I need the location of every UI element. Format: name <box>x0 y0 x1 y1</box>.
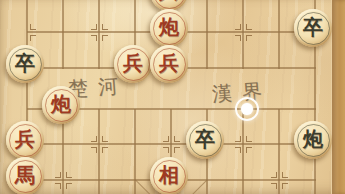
piece-red-horse[interactable]: 馬 <box>6 157 44 194</box>
point-marker-bracket <box>66 183 72 189</box>
point-marker-bracket <box>174 136 180 142</box>
piece-glyph: 炮 <box>303 129 323 149</box>
point-marker-bracket <box>282 183 288 189</box>
grid-file-line <box>62 0 63 69</box>
point-marker-bracket <box>163 136 169 142</box>
piece-glyph: 兵 <box>15 129 35 149</box>
point-marker-bracket <box>271 183 277 189</box>
piece-glyph: 兵 <box>123 53 143 73</box>
piece-glyph: 炮 <box>159 17 179 37</box>
piece-black-soldier[interactable]: 卒 <box>6 45 44 83</box>
point-marker-bracket <box>271 172 277 178</box>
piece-glyph: 卒 <box>195 129 215 149</box>
point-marker-bracket <box>102 136 108 142</box>
grid-file-line <box>278 0 279 69</box>
point-marker-bracket <box>66 172 72 178</box>
grid-file-line <box>98 0 99 69</box>
move-indicator-dot <box>235 97 259 121</box>
point-marker-bracket <box>246 147 252 153</box>
point-marker-bracket <box>102 35 108 41</box>
point-marker-bracket <box>102 147 108 153</box>
piece-glyph: 卒 <box>15 53 35 73</box>
point-marker-bracket <box>174 147 180 153</box>
point-marker-bracket <box>55 183 61 189</box>
point-marker-bracket <box>246 35 252 41</box>
grid-file-line <box>242 109 243 194</box>
grid-file-line <box>278 109 279 194</box>
point-marker-bracket <box>235 35 241 41</box>
point-marker-bracket <box>235 24 241 30</box>
piece-glyph: 炮 <box>51 94 71 114</box>
point-marker-bracket <box>30 24 36 30</box>
xiangqi-board[interactable]: 楚河 漢界 兵炮卒卒兵兵炮兵卒炮馬相 <box>0 0 345 194</box>
grid-rank-line <box>27 143 316 144</box>
point-marker-bracket <box>102 24 108 30</box>
piece-glyph: 兵 <box>159 53 179 73</box>
point-marker-bracket <box>91 35 97 41</box>
piece-red-cannon[interactable]: 炮 <box>150 9 188 47</box>
point-marker-bracket <box>235 147 241 153</box>
point-marker-bracket <box>91 136 97 142</box>
grid-file-line <box>98 109 99 194</box>
point-marker-bracket <box>282 172 288 178</box>
point-marker-bracket <box>163 147 169 153</box>
point-marker-bracket <box>55 172 61 178</box>
piece-black-soldier[interactable]: 卒 <box>186 121 224 159</box>
piece-red-cannon[interactable]: 炮 <box>42 86 80 124</box>
piece-black-soldier[interactable]: 卒 <box>294 9 332 47</box>
piece-glyph: 相 <box>159 165 179 185</box>
piece-red-elephant[interactable]: 相 <box>150 157 188 194</box>
point-marker-bracket <box>246 136 252 142</box>
piece-glyph: 卒 <box>303 17 323 37</box>
point-marker-bracket <box>91 24 97 30</box>
point-marker-bracket <box>235 136 241 142</box>
piece-glyph: 兵 <box>159 0 179 1</box>
piece-red-soldier[interactable]: 兵 <box>6 121 44 159</box>
board-right-edge <box>331 0 345 194</box>
grid-file-line <box>206 0 207 69</box>
piece-red-soldier[interactable]: 兵 <box>150 45 188 83</box>
grid-file-line <box>242 0 243 69</box>
point-marker-bracket <box>30 35 36 41</box>
point-marker-bracket <box>246 24 252 30</box>
piece-red-soldier[interactable]: 兵 <box>114 45 152 83</box>
point-marker-bracket <box>91 147 97 153</box>
piece-glyph: 馬 <box>15 165 35 185</box>
piece-black-cannon[interactable]: 炮 <box>294 121 332 159</box>
